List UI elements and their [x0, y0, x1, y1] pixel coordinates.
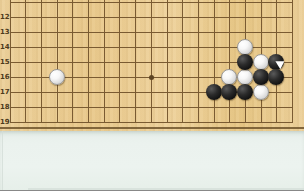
grid-line-col-11 — [167, 0, 168, 123]
grid-line-col-12 — [182, 0, 183, 123]
grid-line-col-14 — [214, 0, 215, 123]
grid-line-col-7 — [104, 0, 105, 123]
stone-black — [253, 69, 269, 85]
row-coordinate-label: 14 — [0, 44, 8, 51]
row-coordinate-label: 16 — [0, 74, 8, 81]
grid-line-col-9 — [135, 0, 136, 123]
row-coordinate-label: 13 — [0, 29, 8, 36]
panel-bottom-strip — [28, 188, 304, 191]
grid-line-col-8 — [119, 0, 120, 123]
hoshi-point — [149, 75, 154, 80]
row-coordinate-label: 12 — [0, 14, 8, 21]
stone-black — [237, 54, 253, 70]
stone-black — [221, 84, 237, 100]
stone-black — [237, 84, 253, 100]
stone-white — [237, 69, 253, 85]
go-board[interactable]: 1213141516171819 — [0, 0, 304, 131]
stone-white — [49, 69, 65, 85]
stone-white — [237, 39, 253, 55]
panel-left-edge — [2, 131, 3, 190]
row-coordinate-label: 17 — [0, 89, 8, 96]
board-bottom-edge — [0, 127, 304, 129]
row-coordinate-label: 15 — [0, 59, 8, 66]
grid-line-col-3 — [41, 0, 42, 123]
grid-line-col-6 — [88, 0, 89, 123]
stone-white — [221, 69, 237, 85]
grid-line-col-15 — [229, 0, 230, 123]
go-app-screen: 1213141516171819 — [0, 0, 304, 190]
grid-line-col-4 — [57, 0, 58, 123]
bottom-panel — [0, 131, 304, 190]
stone-white — [253, 84, 269, 100]
stone-black — [206, 84, 222, 100]
grid-line-col-13 — [198, 0, 199, 123]
row-coordinate-label: 19 — [0, 119, 8, 126]
grid-line-col-5 — [72, 0, 73, 123]
stone-white — [253, 54, 269, 70]
grid-line-col-19 — [292, 0, 293, 123]
grid-line-col-2 — [25, 0, 26, 123]
row-coordinate-label: 18 — [0, 104, 8, 111]
stone-black — [268, 69, 284, 85]
grid-line-col-10 — [151, 0, 152, 123]
